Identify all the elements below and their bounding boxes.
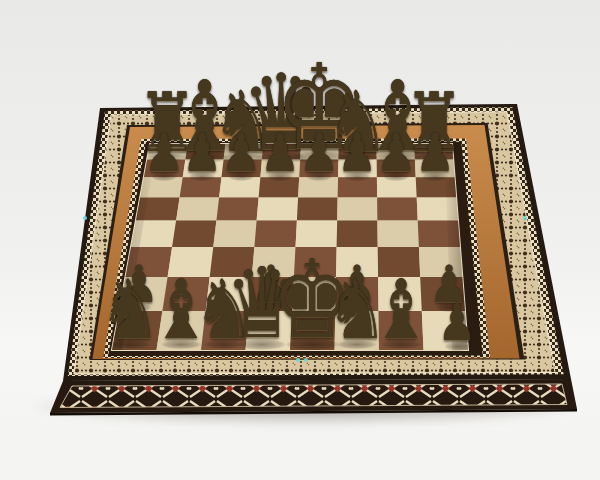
piece-bishop-g1[interactable]: ♝ xyxy=(370,269,432,351)
front-face-mosaic-band xyxy=(60,384,567,408)
turquoise-inlay-accent xyxy=(523,216,527,220)
piece-pawn-b7[interactable]: ♟ xyxy=(182,126,222,179)
piece-pawn-c7[interactable]: ♟ xyxy=(221,126,261,179)
piece-pawn-e7[interactable]: ♟ xyxy=(299,126,339,179)
square-e5[interactable] xyxy=(297,198,338,221)
piece-pawn-a7[interactable]: ♟ xyxy=(144,126,184,179)
square-c5[interactable] xyxy=(216,198,258,221)
square-f5[interactable] xyxy=(337,198,377,221)
piece-pawn-h1[interactable]: ♟ xyxy=(438,297,477,348)
square-d5[interactable] xyxy=(257,198,299,221)
square-g4[interactable] xyxy=(377,221,419,247)
piece-pawn-f7[interactable]: ♟ xyxy=(337,126,377,179)
piece-pawn-d7[interactable]: ♟ xyxy=(260,126,300,179)
turquoise-inlay-accent xyxy=(83,216,87,220)
square-b4[interactable] xyxy=(172,221,216,247)
square-b5[interactable] xyxy=(176,198,219,221)
piece-pawn-g7[interactable]: ♟ xyxy=(376,126,416,179)
scene: ♜♝♞♛♚♞♝♜♟♟♟♟♟♟♟♟♟♟♟♟♞♝♞♛♚♞♝♟ xyxy=(0,0,600,480)
piece-pawn-h7[interactable]: ♟ xyxy=(415,126,455,179)
square-g5[interactable] xyxy=(377,198,418,221)
square-c4[interactable] xyxy=(213,221,256,247)
